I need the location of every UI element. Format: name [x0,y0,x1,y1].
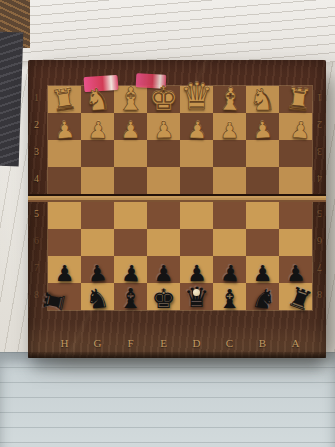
square-h7[interactable]: ♟ [48,256,81,283]
photo-scene: ♜♞♝♚♛♝♞♜♟♟♟♟♟♟♟♟ ♟♟♟♟♟♟♟♟♜♞♝♚♛♝♞♜ HGFEDC… [0,0,335,447]
piece-white-pawn-d2[interactable]: ♟ [186,118,208,142]
piece-black-pawn-c7[interactable]: ♟ [219,262,240,285]
square-g7[interactable]: ♟ [81,256,114,283]
file-label-d: D [180,337,213,349]
piece-white-pawn-f2[interactable]: ♟ [120,119,141,142]
square-c5[interactable] [213,202,246,229]
piece-white-pawn-b2[interactable]: ♟ [251,118,273,142]
file-label-b: B [246,337,279,349]
square-e1[interactable]: ♚ [147,86,180,113]
square-b8[interactable]: ♞ [246,283,279,310]
square-c1[interactable]: ♝ [213,86,246,113]
pillow-quilt-top [0,0,335,62]
square-d5[interactable] [180,202,213,229]
square-f8[interactable]: ♝ [114,283,147,310]
square-h3[interactable] [48,140,81,167]
square-g5[interactable] [81,202,114,229]
square-b2[interactable]: ♟ [246,113,279,140]
square-g8[interactable]: ♞ [81,283,114,310]
piece-white-pawn-h2[interactable]: ♟ [53,118,75,142]
piece-white-bishop-c1[interactable]: ♝ [215,84,244,116]
square-a3[interactable] [279,140,312,167]
piece-white-knight-g1[interactable]: ♞ [83,84,111,115]
piece-white-pawn-c2[interactable]: ♟ [220,120,240,142]
rank-label-left-8: 8 [34,289,39,300]
queen-white-ball-finial [193,289,200,296]
piece-white-king-e1[interactable]: ♚ [149,82,179,115]
piece-black-pawn-h7[interactable]: ♟ [55,263,75,285]
piece-white-knight-b1[interactable]: ♞ [249,85,276,115]
square-a1[interactable]: ♜ [279,86,312,113]
square-h6[interactable] [48,229,81,256]
rank-label-left-7: 7 [34,262,39,273]
file-labels-bottom: HGFEDCBA [48,337,312,349]
folding-hinge-seam [28,194,326,202]
piece-black-king-e8[interactable]: ♚ [151,285,175,312]
rank-label-right-5: 5 [317,208,322,219]
board-squares: ♜♞♝♚♛♝♞♜♟♟♟♟♟♟♟♟ ♟♟♟♟♟♟♟♟♜♞♝♚♛♝♞♜ [48,86,312,310]
square-b6[interactable] [246,229,279,256]
square-g6[interactable] [81,229,114,256]
piece-white-queen-d1[interactable]: ♛ [180,78,213,115]
square-f1[interactable]: ♝ [114,86,147,113]
square-d6[interactable] [180,229,213,256]
file-label-h: H [48,337,81,349]
piece-black-bishop-c8[interactable]: ♝ [218,286,241,312]
square-h5[interactable] [48,202,81,229]
square-b7[interactable]: ♟ [246,256,279,283]
piece-white-pawn-a2[interactable]: ♟ [289,118,312,143]
square-f5[interactable] [114,202,147,229]
piece-black-bishop-f8[interactable]: ♝ [118,285,142,312]
square-a7[interactable]: ♟ [279,256,312,283]
square-e8[interactable]: ♚ [147,283,180,310]
shaded-quilt-bottom [0,352,335,447]
square-g3[interactable] [81,140,114,167]
square-a6[interactable] [279,229,312,256]
square-a2[interactable]: ♟ [279,113,312,140]
square-c7[interactable]: ♟ [213,256,246,283]
rank-label-left-1: 1 [34,92,39,103]
file-label-c: C [213,337,246,349]
file-label-e: E [147,337,180,349]
rank-label-left-5: 5 [34,208,39,219]
square-b1[interactable]: ♞ [246,86,279,113]
square-h4[interactable] [48,167,81,194]
square-d1[interactable]: ♛ [180,86,213,113]
square-c3[interactable] [213,140,246,167]
square-e4[interactable] [147,167,180,194]
board-upper-half: ♜♞♝♚♛♝♞♜♟♟♟♟♟♟♟♟ [48,86,312,194]
square-f4[interactable] [114,167,147,194]
square-h8[interactable]: ♜ [48,283,81,310]
square-a8[interactable]: ♜ [279,283,312,310]
rank-label-left-2: 2 [34,119,39,130]
piece-white-rook-h1[interactable]: ♜ [49,84,79,116]
square-c6[interactable] [213,229,246,256]
square-c4[interactable] [213,167,246,194]
rank-label-left-4: 4 [34,173,39,184]
square-b3[interactable] [246,140,279,167]
piece-black-queen-d8[interactable]: ♛ [184,284,209,312]
square-e3[interactable] [147,140,180,167]
piece-white-bishop-f1[interactable]: ♝ [116,83,145,115]
square-c8[interactable]: ♝ [213,283,246,310]
piece-black-knight-b8[interactable]: ♞ [249,284,277,314]
square-e6[interactable] [147,229,180,256]
rank-label-left-3: 3 [34,146,39,157]
square-g4[interactable] [81,167,114,194]
piece-black-rook-a8[interactable]: ♜ [284,282,316,316]
piece-white-pawn-e2[interactable]: ♟ [153,119,174,143]
square-d4[interactable] [180,167,213,194]
rank-label-right-8: 8 [317,289,322,300]
file-label-g: G [81,337,114,349]
board-lower-half: ♟♟♟♟♟♟♟♟♜♞♝♚♛♝♞♜ [48,202,312,310]
rank-label-right-3: 3 [317,146,322,157]
square-g1[interactable]: ♞ [81,86,114,113]
square-d7[interactable]: ♟ [180,256,213,283]
square-e7[interactable]: ♟ [147,256,180,283]
square-h1[interactable]: ♜ [48,86,81,113]
piece-black-rook-h8[interactable]: ♜ [39,287,69,315]
square-e5[interactable] [147,202,180,229]
square-b4[interactable] [246,167,279,194]
file-label-f: F [114,337,147,349]
square-b5[interactable] [246,202,279,229]
square-d3[interactable] [180,140,213,167]
square-a4[interactable] [279,167,312,194]
rank-label-right-6: 6 [317,235,322,246]
rank-label-left-6: 6 [34,235,39,246]
rank-label-right-4: 4 [317,173,322,184]
rank-label-right-7: 7 [317,262,322,273]
piece-white-rook-a1[interactable]: ♜ [283,84,313,117]
square-h2[interactable]: ♟ [48,113,81,140]
piece-black-knight-g8[interactable]: ♞ [83,284,110,313]
piece-white-pawn-g2[interactable]: ♟ [87,119,108,143]
square-f7[interactable]: ♟ [114,256,147,283]
rank-label-right-2: 2 [317,119,322,130]
square-a5[interactable] [279,202,312,229]
chess-board: ♜♞♝♚♛♝♞♜♟♟♟♟♟♟♟♟ ♟♟♟♟♟♟♟♟♜♞♝♚♛♝♞♜ HGFEDC… [28,60,326,358]
square-d8[interactable]: ♛ [180,283,213,310]
square-f6[interactable] [114,229,147,256]
rank-label-right-1: 1 [317,92,322,103]
square-f3[interactable] [114,140,147,167]
piece-black-pawn-e7[interactable]: ♟ [154,263,174,285]
file-label-a: A [279,337,312,349]
